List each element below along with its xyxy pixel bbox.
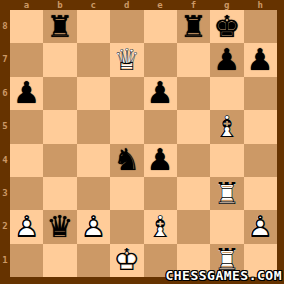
square-b8[interactable]: ♜ <box>43 10 76 43</box>
square-f3[interactable] <box>177 177 210 210</box>
square-g5[interactable]: ♝♗ <box>210 110 243 143</box>
file-label-c: c <box>77 0 110 10</box>
rank-label-1: 1 <box>0 244 10 277</box>
square-e5[interactable] <box>144 110 177 143</box>
square-d2[interactable] <box>110 210 143 243</box>
white-king-outline-icon: ♔ <box>110 244 143 277</box>
black-rook-f8[interactable]: ♜ <box>177 10 210 43</box>
white-queen-d7[interactable]: ♛♕ <box>110 43 143 76</box>
square-a8[interactable] <box>10 10 43 43</box>
square-a6[interactable]: ♟ <box>10 77 43 110</box>
square-a3[interactable] <box>10 177 43 210</box>
square-c3[interactable] <box>77 177 110 210</box>
chessgames-wordmark: CHESSGAMES.COM <box>165 268 282 283</box>
square-d8[interactable] <box>110 10 143 43</box>
rank-label-5: 5 <box>0 110 10 143</box>
square-d6[interactable] <box>110 77 143 110</box>
black-king-icon: ♚ <box>210 10 243 43</box>
black-rook-icon: ♜ <box>43 10 76 43</box>
square-f6[interactable] <box>177 77 210 110</box>
white-bishop-e2[interactable]: ♝♗ <box>144 210 177 243</box>
black-pawn-g7[interactable]: ♟ <box>210 43 243 76</box>
file-label-h: h <box>244 0 277 10</box>
black-pawn-icon: ♟ <box>144 144 177 177</box>
white-pawn-a2[interactable]: ♟♙ <box>10 210 43 243</box>
square-e2[interactable]: ♝♗ <box>144 210 177 243</box>
square-g6[interactable] <box>210 77 243 110</box>
black-rook-icon: ♜ <box>177 10 210 43</box>
square-a2[interactable]: ♟♙ <box>10 210 43 243</box>
black-rook-b8[interactable]: ♜ <box>43 10 76 43</box>
black-knight-icon: ♞ <box>110 144 143 177</box>
square-c6[interactable] <box>77 77 110 110</box>
square-f4[interactable] <box>177 144 210 177</box>
black-pawn-icon: ♟ <box>10 77 43 110</box>
square-f2[interactable] <box>177 210 210 243</box>
square-b3[interactable] <box>43 177 76 210</box>
square-f7[interactable] <box>177 43 210 76</box>
square-e6[interactable]: ♟ <box>144 77 177 110</box>
square-h6[interactable] <box>244 77 277 110</box>
square-b1[interactable] <box>43 244 76 277</box>
rank-label-6: 6 <box>0 77 10 110</box>
white-pawn-c2[interactable]: ♟♙ <box>77 210 110 243</box>
square-f5[interactable] <box>177 110 210 143</box>
square-e4[interactable]: ♟ <box>144 144 177 177</box>
square-c4[interactable] <box>77 144 110 177</box>
white-rook-outline-icon: ♖ <box>210 177 243 210</box>
square-h5[interactable] <box>244 110 277 143</box>
square-c2[interactable]: ♟♙ <box>77 210 110 243</box>
square-h4[interactable] <box>244 144 277 177</box>
file-label-f: f <box>177 0 210 10</box>
square-e3[interactable] <box>144 177 177 210</box>
square-d3[interactable] <box>110 177 143 210</box>
black-pawn-icon: ♟ <box>144 77 177 110</box>
square-b6[interactable] <box>43 77 76 110</box>
rank-label-8: 8 <box>0 10 10 43</box>
black-king-g8[interactable]: ♚ <box>210 10 243 43</box>
white-rook-g3[interactable]: ♜♖ <box>210 177 243 210</box>
chess-diagram: ♜♜♚♛♕♟♟♟♟♝♗♞♟♜♖♟♙♛♟♙♝♗♟♙♚♔♜♖ abcdefgh876… <box>0 0 284 284</box>
square-e8[interactable] <box>144 10 177 43</box>
black-pawn-e4[interactable]: ♟ <box>144 144 177 177</box>
rank-label-2: 2 <box>0 210 10 243</box>
white-pawn-outline-icon: ♙ <box>244 210 277 243</box>
file-label-g: g <box>210 0 243 10</box>
white-bishop-outline-icon: ♗ <box>210 110 243 143</box>
square-d1[interactable]: ♚♔ <box>110 244 143 277</box>
square-g4[interactable] <box>210 144 243 177</box>
square-b4[interactable] <box>43 144 76 177</box>
square-h8[interactable] <box>244 10 277 43</box>
square-d7[interactable]: ♛♕ <box>110 43 143 76</box>
square-g3[interactable]: ♜♖ <box>210 177 243 210</box>
square-h2[interactable]: ♟♙ <box>244 210 277 243</box>
square-d5[interactable] <box>110 110 143 143</box>
square-h3[interactable] <box>244 177 277 210</box>
black-pawn-icon: ♟ <box>244 43 277 76</box>
black-knight-d4[interactable]: ♞ <box>110 144 143 177</box>
square-c7[interactable] <box>77 43 110 76</box>
black-pawn-e6[interactable]: ♟ <box>144 77 177 110</box>
white-king-d1[interactable]: ♚♔ <box>110 244 143 277</box>
black-pawn-icon: ♟ <box>210 43 243 76</box>
white-bishop-g5[interactable]: ♝♗ <box>210 110 243 143</box>
black-queen-icon: ♛ <box>43 210 76 243</box>
file-label-a: a <box>10 0 43 10</box>
black-pawn-h7[interactable]: ♟ <box>244 43 277 76</box>
black-queen-b2[interactable]: ♛ <box>43 210 76 243</box>
square-b5[interactable] <box>43 110 76 143</box>
file-label-b: b <box>43 0 76 10</box>
square-d4[interactable]: ♞ <box>110 144 143 177</box>
square-a7[interactable] <box>10 43 43 76</box>
white-pawn-outline-icon: ♙ <box>10 210 43 243</box>
square-c1[interactable] <box>77 244 110 277</box>
square-f8[interactable]: ♜ <box>177 10 210 43</box>
rank-label-7: 7 <box>0 43 10 76</box>
chess-board: ♜♜♚♛♕♟♟♟♟♝♗♞♟♜♖♟♙♛♟♙♝♗♟♙♚♔♜♖ <box>10 10 277 277</box>
rank-label-3: 3 <box>0 177 10 210</box>
white-pawn-outline-icon: ♙ <box>77 210 110 243</box>
file-label-e: e <box>144 0 177 10</box>
white-queen-outline-icon: ♕ <box>110 43 143 76</box>
square-h7[interactable]: ♟ <box>244 43 277 76</box>
rank-label-4: 4 <box>0 144 10 177</box>
square-g2[interactable] <box>210 210 243 243</box>
square-a4[interactable] <box>10 144 43 177</box>
square-e7[interactable] <box>144 43 177 76</box>
square-a1[interactable] <box>10 244 43 277</box>
white-bishop-outline-icon: ♗ <box>144 210 177 243</box>
square-c8[interactable] <box>77 10 110 43</box>
file-label-d: d <box>110 0 143 10</box>
square-g8[interactable]: ♚ <box>210 10 243 43</box>
square-b7[interactable] <box>43 43 76 76</box>
square-g7[interactable]: ♟ <box>210 43 243 76</box>
square-b2[interactable]: ♛ <box>43 210 76 243</box>
square-c5[interactable] <box>77 110 110 143</box>
black-pawn-a6[interactable]: ♟ <box>10 77 43 110</box>
square-a5[interactable] <box>10 110 43 143</box>
white-pawn-h2[interactable]: ♟♙ <box>244 210 277 243</box>
